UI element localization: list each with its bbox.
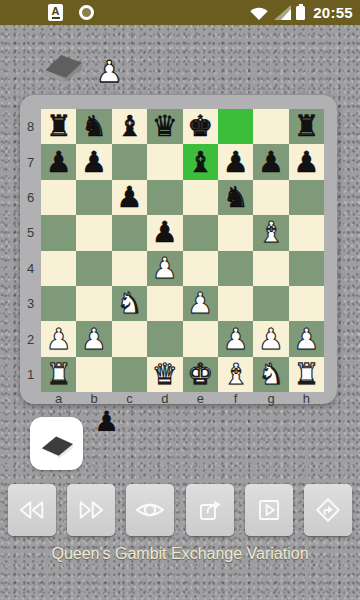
square-b4[interactable]: [76, 251, 111, 286]
square-g3[interactable]: [253, 286, 288, 321]
book-icon: [36, 426, 78, 462]
file-label-c: c: [112, 391, 147, 406]
opening-caption: Queen's Gambit Exchange Variation: [0, 545, 360, 563]
turn-arrow-icon: [314, 496, 342, 524]
white-pawn: ♟: [152, 254, 178, 283]
square-h8[interactable]: ♜: [289, 109, 324, 144]
rank-label-7: 7: [20, 144, 41, 179]
square-d2[interactable]: [147, 321, 182, 356]
square-b6[interactable]: [76, 180, 111, 215]
square-a8[interactable]: ♜: [41, 109, 76, 144]
square-g4[interactable]: [253, 251, 288, 286]
square-d6[interactable]: [147, 180, 182, 215]
file-label-g: g: [253, 391, 288, 406]
square-h4[interactable]: [289, 251, 324, 286]
white-pawn: ♟: [223, 325, 249, 354]
captured-black-pawn: ♟: [94, 408, 119, 436]
square-h1[interactable]: ♜: [289, 357, 324, 392]
square-h5[interactable]: [289, 215, 324, 250]
square-c5[interactable]: [112, 215, 147, 250]
square-e4[interactable]: [183, 251, 218, 286]
fast-forward-button[interactable]: [67, 484, 115, 536]
square-f2[interactable]: ♟: [218, 321, 253, 356]
square-c3[interactable]: ♞: [112, 286, 147, 321]
file-label-d: d: [147, 391, 182, 406]
white-bishop: ♝: [223, 360, 249, 389]
square-c8[interactable]: ♝: [112, 109, 147, 144]
white-king: ♚: [187, 360, 213, 389]
square-c1[interactable]: [112, 357, 147, 392]
black-rook: ♜: [293, 112, 319, 141]
white-rook: ♜: [46, 360, 72, 389]
rank-labels: 87654321: [20, 109, 41, 392]
white-opening-book-button[interactable]: [30, 417, 83, 470]
square-a7[interactable]: ♟: [41, 144, 76, 179]
square-d7[interactable]: [147, 144, 182, 179]
white-pawn: ♟: [258, 325, 284, 354]
file-label-h: h: [289, 391, 324, 406]
black-pawn: ♟: [258, 148, 284, 177]
square-g2[interactable]: ♟: [253, 321, 288, 356]
square-f4[interactable]: [218, 251, 253, 286]
square-c6[interactable]: ♟: [112, 180, 147, 215]
square-a4[interactable]: [41, 251, 76, 286]
square-g6[interactable]: [253, 180, 288, 215]
white-pawn: ♟: [187, 289, 213, 318]
square-a1[interactable]: ♜: [41, 357, 76, 392]
black-pawn: ♟: [152, 218, 178, 247]
square-d4[interactable]: ♟: [147, 251, 182, 286]
data-saver-icon: [79, 5, 94, 20]
black-bishop: ♝: [116, 112, 142, 141]
square-h7[interactable]: ♟: [289, 144, 324, 179]
black-rook: ♜: [46, 112, 72, 141]
square-d3[interactable]: [147, 286, 182, 321]
square-a6[interactable]: [41, 180, 76, 215]
fast-forward-icon: [76, 498, 106, 522]
file-label-a: a: [41, 391, 76, 406]
square-e2[interactable]: [183, 321, 218, 356]
status-time: 20:55: [313, 4, 353, 21]
square-e1[interactable]: ♚: [183, 357, 218, 392]
square-h6[interactable]: [289, 180, 324, 215]
toolbar: [8, 484, 352, 536]
square-a3[interactable]: [41, 286, 76, 321]
square-e5[interactable]: [183, 215, 218, 250]
black-pawn: ♟: [46, 148, 72, 177]
square-a2[interactable]: ♟: [41, 321, 76, 356]
square-e3[interactable]: ♟: [183, 286, 218, 321]
chess-board: 87654321 ♜♞♝♛♚♜♟♟♝♟♟♟♟♞♟♝♟♞♟♟♟♟♟♟♜♛♚♝♞♜ …: [20, 95, 337, 404]
square-e6[interactable]: [183, 180, 218, 215]
square-c7[interactable]: [112, 144, 147, 179]
square-b1[interactable]: [76, 357, 111, 392]
square-g1[interactable]: ♞: [253, 357, 288, 392]
file-label-b: b: [76, 391, 111, 406]
square-d1[interactable]: ♛: [147, 357, 182, 392]
status-bar: A 20:55: [0, 0, 360, 25]
black-bishop: ♝: [187, 148, 213, 177]
eye-icon: [134, 498, 166, 522]
white-rook: ♜: [293, 360, 319, 389]
black-queen: ♛: [152, 112, 178, 141]
square-b5[interactable]: [76, 215, 111, 250]
square-f7[interactable]: ♟: [218, 144, 253, 179]
file-label-e: e: [183, 391, 218, 406]
next-variation-button[interactable]: [304, 484, 352, 536]
black-pawn: ♟: [81, 148, 107, 177]
cell-signal-icon: [274, 5, 291, 20]
rank-label-6: 6: [20, 180, 41, 215]
rank-label-5: 5: [20, 215, 41, 250]
white-queen: ♛: [152, 360, 178, 389]
rank-label-4: 4: [20, 251, 41, 286]
black-king: ♚: [187, 112, 213, 141]
play-button[interactable]: [245, 484, 293, 536]
square-c2[interactable]: [112, 321, 147, 356]
square-b7[interactable]: ♟: [76, 144, 111, 179]
square-h2[interactable]: ♟: [289, 321, 324, 356]
a-key-icon: A: [48, 4, 63, 21]
square-c4[interactable]: [112, 251, 147, 286]
square-b2[interactable]: ♟: [76, 321, 111, 356]
battery-icon: [296, 6, 305, 20]
play-icon: [255, 496, 283, 524]
white-pawn: ♟: [81, 325, 107, 354]
share-icon: [196, 496, 224, 524]
rewind-icon: [17, 498, 47, 522]
square-e7[interactable]: ♝: [183, 144, 218, 179]
rank-label-2: 2: [20, 321, 41, 356]
black-pawn: ♟: [293, 148, 319, 177]
square-e8[interactable]: ♚: [183, 109, 218, 144]
square-g8[interactable]: [253, 109, 288, 144]
square-h3[interactable]: [289, 286, 324, 321]
square-f6[interactable]: ♞: [218, 180, 253, 215]
rank-label-1: 1: [20, 357, 41, 392]
square-f8[interactable]: [218, 109, 253, 144]
square-f1[interactable]: ♝: [218, 357, 253, 392]
square-d5[interactable]: ♟: [147, 215, 182, 250]
square-f5[interactable]: [218, 215, 253, 250]
square-d8[interactable]: ♛: [147, 109, 182, 144]
square-b3[interactable]: [76, 286, 111, 321]
board-squares: ♜♞♝♛♚♜♟♟♝♟♟♟♟♞♟♝♟♞♟♟♟♟♟♟♜♛♚♝♞♜: [41, 109, 324, 392]
black-pawn: ♟: [223, 148, 249, 177]
rank-label-8: 8: [20, 109, 41, 144]
black-opening-book-icon: [37, 41, 90, 86]
black-knight: ♞: [223, 183, 249, 212]
white-pawn: ♟: [293, 325, 319, 354]
white-knight: ♞: [116, 289, 142, 318]
square-g5[interactable]: ♝: [253, 215, 288, 250]
white-bishop: ♝: [258, 218, 284, 247]
black-pawn: ♟: [116, 183, 142, 212]
white-knight: ♞: [258, 360, 284, 389]
square-f3[interactable]: [218, 286, 253, 321]
square-g7[interactable]: ♟: [253, 144, 288, 179]
share-button[interactable]: [186, 484, 234, 536]
file-label-f: f: [218, 391, 253, 406]
black-knight: ♞: [81, 112, 107, 141]
wifi-icon: [249, 5, 269, 21]
square-a5[interactable]: [41, 215, 76, 250]
white-pawn: ♟: [46, 325, 72, 354]
square-b8[interactable]: ♞: [76, 109, 111, 144]
captured-white-pawn: ♟: [96, 57, 123, 87]
rewind-button[interactable]: [8, 484, 56, 536]
rank-label-3: 3: [20, 286, 41, 321]
eye-button[interactable]: [126, 484, 174, 536]
file-labels: abcdefgh: [41, 391, 324, 404]
